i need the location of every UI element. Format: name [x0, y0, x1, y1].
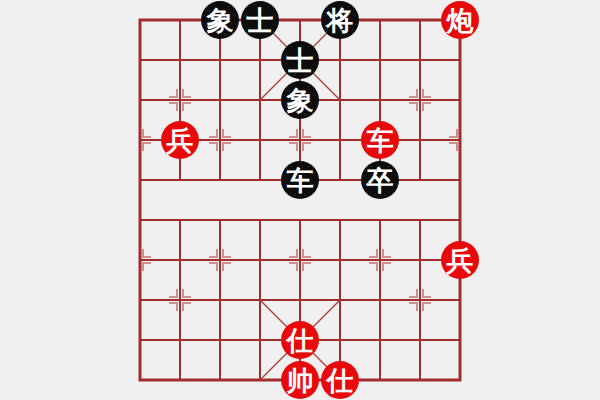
piece-red-soldier[interactable]: 兵: [161, 121, 199, 159]
piece-black-elephant[interactable]: 象: [201, 1, 239, 39]
piece-black-soldier[interactable]: 卒: [361, 161, 399, 199]
piece-black-advisor[interactable]: 士: [241, 1, 279, 39]
piece-red-soldier[interactable]: 兵: [441, 241, 479, 279]
xiangqi-board-grid: 象士将炮士象兵车车卒兵仕帅仕: [120, 0, 480, 400]
piece-red-advisor[interactable]: 仕: [281, 321, 319, 359]
piece-red-general[interactable]: 帅: [281, 361, 319, 399]
piece-black-advisor[interactable]: 士: [281, 41, 319, 79]
piece-red-cannon[interactable]: 炮: [441, 1, 479, 39]
xiangqi-board-screen: 象士将炮士象兵车车卒兵仕帅仕: [0, 0, 600, 400]
piece-black-elephant[interactable]: 象: [281, 81, 319, 119]
piece-red-advisor[interactable]: 仕: [321, 361, 359, 399]
piece-black-chariot[interactable]: 车: [281, 161, 319, 199]
piece-black-general[interactable]: 将: [321, 1, 359, 39]
piece-red-chariot[interactable]: 车: [361, 121, 399, 159]
